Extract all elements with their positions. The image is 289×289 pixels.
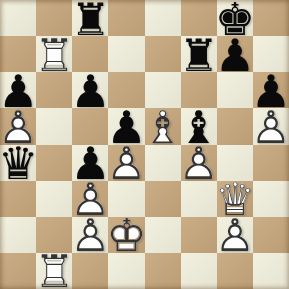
black-rook-piece[interactable]: ♜ [72,0,108,36]
piece-outline-glyph: ♙ [217,218,253,254]
black-pawn-piece[interactable]: ♟ [217,36,253,72]
square-b5[interactable] [36,108,72,144]
square-f5[interactable]: ♝ [181,108,217,144]
white-queen-piece[interactable]: ♛♕ [217,181,253,217]
square-d5[interactable]: ♟ [108,108,144,144]
square-c6[interactable]: ♟ [72,72,108,108]
square-d6[interactable] [108,72,144,108]
square-f3[interactable] [181,181,217,217]
piece-fill-glyph: ♟ [217,218,253,254]
square-b3[interactable] [36,181,72,217]
piece-fill-glyph: ♟ [108,146,144,182]
square-d2[interactable]: ♚♔ [108,217,144,253]
square-c5[interactable] [72,108,108,144]
piece-outline-glyph: ♖ [36,37,72,73]
square-h5[interactable]: ♟♙ [253,108,289,144]
square-f6[interactable] [181,72,217,108]
piece-outline-glyph: ♙ [253,109,289,145]
square-h8[interactable] [253,0,289,36]
square-b8[interactable] [36,0,72,36]
piece-outline-glyph: ♙ [108,146,144,182]
piece-fill-glyph: ♟ [253,73,289,109]
piece-outline-glyph: ♔ [108,218,144,254]
square-b7[interactable]: ♜♖ [36,36,72,72]
piece-outline-glyph: ♙ [72,218,108,254]
white-pawn-piece[interactable]: ♟♙ [181,145,217,181]
white-king-piece[interactable]: ♚♔ [108,217,144,253]
square-d7[interactable] [108,36,144,72]
piece-fill-glyph: ♟ [253,109,289,145]
piece-fill-glyph: ♟ [108,109,144,145]
square-d1[interactable] [108,253,144,289]
square-c1[interactable] [72,253,108,289]
chess-board: ♜♚♜♖♜♟♟♟♟♟♙♟♝♗♝♟♙♛♟♟♙♟♙♟♙♛♕♟♙♚♔♟♙♜♖ [0,0,289,289]
white-pawn-piece[interactable]: ♟♙ [72,217,108,253]
square-a7[interactable] [0,36,36,72]
square-f7[interactable]: ♜ [181,36,217,72]
black-pawn-piece[interactable]: ♟ [108,108,144,144]
piece-fill-glyph: ♟ [0,109,36,145]
square-g3[interactable]: ♛♕ [217,181,253,217]
square-h3[interactable] [253,181,289,217]
piece-fill-glyph: ♟ [72,218,108,254]
square-b2[interactable] [36,217,72,253]
square-e2[interactable] [145,217,181,253]
black-pawn-piece[interactable]: ♟ [72,72,108,108]
square-e1[interactable] [145,253,181,289]
square-e8[interactable] [145,0,181,36]
square-a8[interactable] [0,0,36,36]
piece-fill-glyph: ♟ [217,37,253,73]
square-c8[interactable]: ♜ [72,0,108,36]
piece-outline-glyph: ♗ [145,109,181,145]
white-pawn-piece[interactable]: ♟♙ [0,108,36,144]
piece-fill-glyph: ♜ [181,37,217,73]
square-b6[interactable] [36,72,72,108]
piece-fill-glyph: ♟ [72,146,108,182]
white-rook-piece[interactable]: ♜♖ [36,36,72,72]
piece-fill-glyph: ♟ [0,73,36,109]
square-c7[interactable] [72,36,108,72]
square-f8[interactable] [181,0,217,36]
square-h7[interactable] [253,36,289,72]
square-c3[interactable]: ♟♙ [72,181,108,217]
piece-outline-glyph: ♙ [72,182,108,218]
black-queen-piece[interactable]: ♛ [0,145,36,181]
piece-fill-glyph: ♝ [181,109,217,145]
piece-fill-glyph: ♚ [108,218,144,254]
square-g8[interactable]: ♚ [217,0,253,36]
square-b4[interactable] [36,145,72,181]
piece-outline-glyph: ♕ [217,182,253,218]
square-c2[interactable]: ♟♙ [72,217,108,253]
piece-fill-glyph: ♜ [36,254,72,289]
white-pawn-piece[interactable]: ♟♙ [72,181,108,217]
piece-fill-glyph: ♜ [72,1,108,37]
piece-outline-glyph: ♖ [36,254,72,289]
square-g4[interactable] [217,145,253,181]
piece-fill-glyph: ♟ [72,182,108,218]
white-bishop-piece[interactable]: ♝♗ [145,108,181,144]
square-f2[interactable] [181,217,217,253]
black-pawn-piece[interactable]: ♟ [72,145,108,181]
piece-fill-glyph: ♝ [145,109,181,145]
square-h4[interactable] [253,145,289,181]
square-b1[interactable]: ♜♖ [36,253,72,289]
square-d3[interactable] [108,181,144,217]
square-h2[interactable] [253,217,289,253]
square-g2[interactable]: ♟♙ [217,217,253,253]
piece-fill-glyph: ♛ [217,182,253,218]
white-pawn-piece[interactable]: ♟♙ [253,108,289,144]
square-f4[interactable]: ♟♙ [181,145,217,181]
square-a4[interactable]: ♛ [0,145,36,181]
piece-outline-glyph: ♙ [181,146,217,182]
square-e7[interactable] [145,36,181,72]
square-e6[interactable] [145,72,181,108]
square-a6[interactable]: ♟ [0,72,36,108]
square-g1[interactable] [217,253,253,289]
white-pawn-piece[interactable]: ♟♙ [108,145,144,181]
square-c4[interactable]: ♟ [72,145,108,181]
white-pawn-piece[interactable]: ♟♙ [217,217,253,253]
piece-fill-glyph: ♚ [217,1,253,37]
square-f1[interactable] [181,253,217,289]
square-h1[interactable] [253,253,289,289]
square-a2[interactable] [0,217,36,253]
black-bishop-piece[interactable]: ♝ [181,108,217,144]
square-g7[interactable]: ♟ [217,36,253,72]
square-d8[interactable] [108,0,144,36]
square-a3[interactable] [0,181,36,217]
square-e4[interactable] [145,145,181,181]
square-a1[interactable] [0,253,36,289]
piece-fill-glyph: ♜ [36,37,72,73]
square-e3[interactable] [145,181,181,217]
square-g6[interactable] [217,72,253,108]
piece-outline-glyph: ♙ [0,109,36,145]
piece-fill-glyph: ♟ [181,146,217,182]
black-king-piece[interactable]: ♚ [217,0,253,36]
piece-fill-glyph: ♟ [72,73,108,109]
square-a5[interactable]: ♟♙ [0,108,36,144]
square-g5[interactable] [217,108,253,144]
black-pawn-piece[interactable]: ♟ [253,72,289,108]
square-d4[interactable]: ♟♙ [108,145,144,181]
black-rook-piece[interactable]: ♜ [181,36,217,72]
white-rook-piece[interactable]: ♜♖ [36,253,72,289]
square-h6[interactable]: ♟ [253,72,289,108]
black-pawn-piece[interactable]: ♟ [0,72,36,108]
square-e5[interactable]: ♝♗ [145,108,181,144]
piece-fill-glyph: ♛ [0,146,36,182]
